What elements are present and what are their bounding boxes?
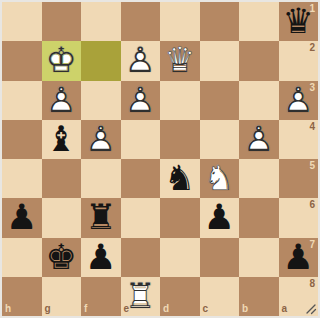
black-rook[interactable]: ♜ [81,198,121,237]
file-label-g: g [45,304,51,314]
square-e4[interactable] [121,120,161,159]
square-h2[interactable] [2,41,42,80]
rank-label-2: 2 [309,43,315,53]
white-pawn[interactable]: ♟♙ [121,81,161,120]
square-c3[interactable] [200,81,240,120]
rank-label-8: 8 [309,279,315,289]
square-a7[interactable]: 7♟ [279,238,319,277]
file-label-f: f [84,304,87,314]
chess-board: 1♛♚♔♟♙♛♕2♟♙♟♙3♟♙♝♟♙♟♙4♞♞♘5♟♜♟6♚♟7♟hgfe♜♖… [2,2,318,316]
square-g5[interactable] [42,159,82,198]
file-label-c: c [203,304,209,314]
white-pawn[interactable]: ♟♙ [81,120,121,159]
black-pawn[interactable]: ♟ [200,198,240,237]
square-f6[interactable]: ♜ [81,198,121,237]
square-a1[interactable]: 1♛ [279,2,319,41]
square-b6[interactable] [239,198,279,237]
square-h1[interactable] [2,2,42,41]
rank-label-6: 6 [309,200,315,210]
square-h8[interactable]: h [2,277,42,316]
black-king[interactable]: ♚ [42,238,82,277]
square-e5[interactable] [121,159,161,198]
square-d8[interactable]: d [160,277,200,316]
square-g1[interactable] [42,2,82,41]
board-resize-handle-icon[interactable] [304,302,317,315]
white-pawn[interactable]: ♟♙ [121,41,161,80]
square-e3[interactable]: ♟♙ [121,81,161,120]
square-h5[interactable] [2,159,42,198]
square-c7[interactable] [200,238,240,277]
square-e8[interactable]: e♜♖ [121,277,161,316]
square-d2[interactable]: ♛♕ [160,41,200,80]
square-f5[interactable] [81,159,121,198]
square-d3[interactable] [160,81,200,120]
square-e6[interactable] [121,198,161,237]
white-knight[interactable]: ♞♘ [200,159,240,198]
square-h7[interactable] [2,238,42,277]
chess-board-container: 1♛♚♔♟♙♛♕2♟♙♟♙3♟♙♝♟♙♟♙4♞♞♘5♟♜♟6♚♟7♟hgfe♜♖… [0,0,320,318]
square-a2[interactable]: 2 [279,41,319,80]
white-pawn[interactable]: ♟♙ [239,120,279,159]
square-c4[interactable] [200,120,240,159]
square-f1[interactable] [81,2,121,41]
square-c1[interactable] [200,2,240,41]
square-h4[interactable] [2,120,42,159]
square-f2[interactable] [81,41,121,80]
black-pawn[interactable]: ♟ [81,238,121,277]
square-b4[interactable]: ♟♙ [239,120,279,159]
square-b1[interactable] [239,2,279,41]
black-queen[interactable]: ♛ [279,2,319,41]
square-a6[interactable]: 6 [279,198,319,237]
white-queen[interactable]: ♛♕ [160,41,200,80]
square-a5[interactable]: 5 [279,159,319,198]
square-e7[interactable] [121,238,161,277]
square-f7[interactable]: ♟ [81,238,121,277]
square-a4[interactable]: 4 [279,120,319,159]
square-g2[interactable]: ♚♔ [42,41,82,80]
white-king[interactable]: ♚♔ [42,41,82,80]
square-b3[interactable] [239,81,279,120]
square-e1[interactable] [121,2,161,41]
square-b5[interactable] [239,159,279,198]
square-f4[interactable]: ♟♙ [81,120,121,159]
square-b2[interactable] [239,41,279,80]
square-d4[interactable] [160,120,200,159]
square-f3[interactable] [81,81,121,120]
square-a3[interactable]: 3♟♙ [279,81,319,120]
square-b8[interactable]: b [239,277,279,316]
square-c2[interactable] [200,41,240,80]
rank-label-4: 4 [309,122,315,132]
white-pawn[interactable]: ♟♙ [279,81,319,120]
file-label-b: b [242,304,248,314]
square-h6[interactable]: ♟ [2,198,42,237]
square-e2[interactable]: ♟♙ [121,41,161,80]
file-label-a: a [282,304,288,314]
square-c6[interactable]: ♟ [200,198,240,237]
square-g8[interactable]: g [42,277,82,316]
square-c5[interactable]: ♞♘ [200,159,240,198]
square-c8[interactable]: c [200,277,240,316]
square-d1[interactable] [160,2,200,41]
white-rook[interactable]: ♜♖ [121,277,161,316]
square-f8[interactable]: f [81,277,121,316]
black-bishop[interactable]: ♝ [42,120,82,159]
black-pawn[interactable]: ♟ [279,238,319,277]
square-d6[interactable] [160,198,200,237]
rank-label-5: 5 [309,161,315,171]
square-d7[interactable] [160,238,200,277]
square-g4[interactable]: ♝ [42,120,82,159]
white-pawn[interactable]: ♟♙ [42,81,82,120]
square-h3[interactable] [2,81,42,120]
file-label-h: h [5,304,11,314]
file-label-d: d [163,304,169,314]
black-pawn[interactable]: ♟ [2,198,42,237]
square-g3[interactable]: ♟♙ [42,81,82,120]
square-g7[interactable]: ♚ [42,238,82,277]
square-b7[interactable] [239,238,279,277]
black-knight[interactable]: ♞ [160,159,200,198]
square-g6[interactable] [42,198,82,237]
square-d5[interactable]: ♞ [160,159,200,198]
